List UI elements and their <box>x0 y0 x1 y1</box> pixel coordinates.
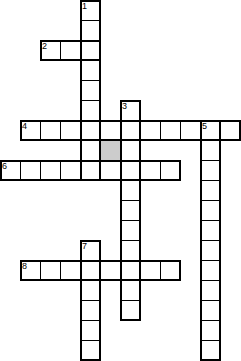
cell-c4-r17[interactable] <box>80 340 101 361</box>
cell-c3-r2[interactable] <box>60 40 81 61</box>
cell-c4-r16[interactable] <box>80 320 101 341</box>
cell-c10-r9[interactable] <box>200 180 221 201</box>
cell-c10-r15[interactable] <box>200 300 221 321</box>
cell-c4-r8[interactable] <box>80 160 101 181</box>
cell-c4-r3[interactable] <box>80 60 101 81</box>
cell-c3-r6[interactable] <box>60 120 81 141</box>
cell-c4-r15[interactable] <box>80 300 101 321</box>
cell-c5-r8[interactable] <box>100 160 121 181</box>
cell-c0-r8[interactable] <box>0 160 21 181</box>
cell-c4-r6[interactable] <box>80 120 101 141</box>
shaded-cell-c5-r7 <box>100 140 121 161</box>
cell-c1-r6[interactable] <box>20 120 41 141</box>
cell-c4-r1[interactable] <box>80 20 101 41</box>
cell-c1-r13[interactable] <box>20 260 41 281</box>
cell-c3-r13[interactable] <box>60 260 81 281</box>
cell-c4-r5[interactable] <box>80 100 101 121</box>
cell-c4-r7[interactable] <box>80 140 101 161</box>
cell-c10-r6[interactable] <box>200 120 221 141</box>
cell-c6-r12[interactable] <box>120 240 141 261</box>
cell-c4-r0[interactable] <box>80 0 101 21</box>
cell-c6-r15[interactable] <box>120 300 141 321</box>
cell-c7-r6[interactable] <box>140 120 161 141</box>
crossword-board: 12345678 <box>0 0 241 361</box>
cell-c2-r13[interactable] <box>40 260 61 281</box>
cell-c10-r11[interactable] <box>200 220 221 241</box>
cell-c10-r17[interactable] <box>200 340 221 361</box>
cell-c2-r8[interactable] <box>40 160 61 181</box>
cell-c7-r13[interactable] <box>140 260 161 281</box>
cell-c8-r6[interactable] <box>160 120 181 141</box>
cell-c6-r10[interactable] <box>120 200 141 221</box>
cell-c6-r5[interactable] <box>120 100 141 121</box>
cell-c2-r2[interactable] <box>40 40 61 61</box>
cell-c9-r6[interactable] <box>180 120 201 141</box>
cell-c6-r6[interactable] <box>120 120 141 141</box>
cell-c11-r6[interactable] <box>220 120 241 141</box>
cell-c4-r13[interactable] <box>80 260 101 281</box>
cell-c7-r8[interactable] <box>140 160 161 181</box>
cell-c10-r7[interactable] <box>200 140 221 161</box>
cell-c4-r12[interactable] <box>80 240 101 261</box>
cell-c1-r8[interactable] <box>20 160 41 181</box>
cell-c6-r9[interactable] <box>120 180 141 201</box>
cell-c8-r13[interactable] <box>160 260 181 281</box>
cell-c6-r14[interactable] <box>120 280 141 301</box>
cell-c10-r8[interactable] <box>200 160 221 181</box>
cell-c10-r14[interactable] <box>200 280 221 301</box>
cell-c5-r6[interactable] <box>100 120 121 141</box>
cell-c10-r12[interactable] <box>200 240 221 261</box>
cell-c10-r10[interactable] <box>200 200 221 221</box>
cell-c10-r13[interactable] <box>200 260 221 281</box>
cell-c5-r13[interactable] <box>100 260 121 281</box>
cell-c6-r13[interactable] <box>120 260 141 281</box>
cell-c4-r4[interactable] <box>80 80 101 101</box>
cell-c6-r8[interactable] <box>120 160 141 181</box>
cell-c6-r7[interactable] <box>120 140 141 161</box>
cell-c10-r16[interactable] <box>200 320 221 341</box>
cell-c6-r11[interactable] <box>120 220 141 241</box>
cell-c2-r6[interactable] <box>40 120 61 141</box>
cell-c8-r8[interactable] <box>160 160 181 181</box>
cell-c4-r14[interactable] <box>80 280 101 301</box>
cell-c3-r8[interactable] <box>60 160 81 181</box>
cell-c4-r2[interactable] <box>80 40 101 61</box>
